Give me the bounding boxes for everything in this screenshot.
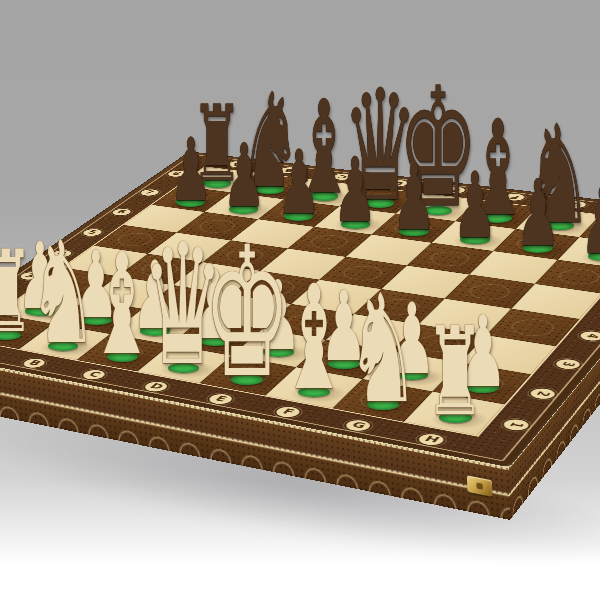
photo-scene: AABBCCDDEEFFGGHH1122334455667788 ♜♞♝♛♚♝♞… [0, 0, 600, 600]
